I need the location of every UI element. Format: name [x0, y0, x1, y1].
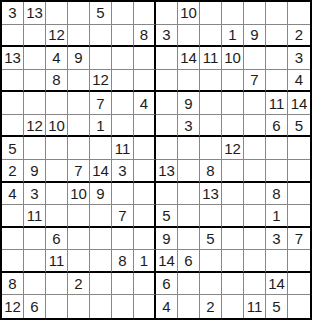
cell-r2c6[interactable]: [112, 25, 134, 48]
cell-r12c13[interactable]: [266, 250, 288, 273]
cell-r1c11[interactable]: [222, 2, 244, 25]
cell-r12c10[interactable]: [200, 250, 222, 273]
cell-r9c3[interactable]: [46, 183, 68, 206]
cell-r11c10[interactable]: 5: [200, 228, 222, 251]
cell-r1c7[interactable]: [134, 2, 156, 25]
cell-r4c9[interactable]: [178, 70, 200, 93]
cell-r2c13[interactable]: [266, 25, 288, 48]
cell-r2c3[interactable]: 12: [46, 25, 68, 48]
cell-r2c9[interactable]: [178, 25, 200, 48]
cell-r5c12[interactable]: [244, 92, 266, 115]
cell-r8c10[interactable]: 8: [200, 160, 222, 183]
cell-r7c7[interactable]: [134, 137, 156, 160]
cell-r1c9[interactable]: 10: [178, 2, 200, 25]
cell-r14c3[interactable]: [46, 295, 68, 318]
cell-r1c4[interactable]: [68, 2, 90, 25]
cell-r8c5[interactable]: 14: [90, 160, 112, 183]
cell-r7c14[interactable]: [288, 137, 310, 160]
cell-r2c8[interactable]: 3: [156, 25, 178, 48]
cell-r11c6[interactable]: [112, 228, 134, 251]
cell-r7c9[interactable]: [178, 137, 200, 160]
cell-r8c14[interactable]: [288, 160, 310, 183]
cell-r9c10[interactable]: 13: [200, 183, 222, 206]
cell-r3c6[interactable]: [112, 47, 134, 70]
cell-r2c14[interactable]: 2: [288, 25, 310, 48]
cell-r11c8[interactable]: 9: [156, 228, 178, 251]
cell-r1c8[interactable]: [156, 2, 178, 25]
cell-r6c4[interactable]: [68, 115, 90, 138]
cell-r13c1[interactable]: 8: [2, 273, 24, 296]
cell-r6c6[interactable]: [112, 115, 134, 138]
cell-r13c14[interactable]: [288, 273, 310, 296]
cell-r9c7[interactable]: [134, 183, 156, 206]
cell-r1c13[interactable]: [266, 2, 288, 25]
cell-r7c8[interactable]: [156, 137, 178, 160]
cell-r13c4[interactable]: 2: [68, 273, 90, 296]
cell-r14c7[interactable]: [134, 295, 156, 318]
cell-r11c14[interactable]: 7: [288, 228, 310, 251]
cell-r3c4[interactable]: 9: [68, 47, 90, 70]
cell-r6c12[interactable]: [244, 115, 266, 138]
cell-r10c12[interactable]: [244, 205, 266, 228]
cell-r12c9[interactable]: 6: [178, 250, 200, 273]
cell-r1c2[interactable]: 13: [24, 2, 46, 25]
cell-r10c1[interactable]: [2, 205, 24, 228]
cell-r4c5[interactable]: 12: [90, 70, 112, 93]
cell-r8c1[interactable]: 2: [2, 160, 24, 183]
cell-r6c11[interactable]: [222, 115, 244, 138]
cell-r4c1[interactable]: [2, 70, 24, 93]
cell-r10c7[interactable]: [134, 205, 156, 228]
cell-r5c8[interactable]: [156, 92, 178, 115]
cell-r5c14[interactable]: 14: [288, 92, 310, 115]
cell-r3c13[interactable]: [266, 47, 288, 70]
cell-r11c3[interactable]: 6: [46, 228, 68, 251]
cell-r5c9[interactable]: 9: [178, 92, 200, 115]
cell-r1c6[interactable]: [112, 2, 134, 25]
cell-r14c6[interactable]: [112, 295, 134, 318]
cell-r9c4[interactable]: 10: [68, 183, 90, 206]
cell-r4c14[interactable]: 4: [288, 70, 310, 93]
cell-r14c12[interactable]: 11: [244, 295, 266, 318]
cell-r4c10[interactable]: [200, 70, 222, 93]
cell-r7c13[interactable]: [266, 137, 288, 160]
cell-r9c11[interactable]: [222, 183, 244, 206]
cell-r4c12[interactable]: 7: [244, 70, 266, 93]
cell-r4c7[interactable]: [134, 70, 156, 93]
cell-r3c3[interactable]: 4: [46, 47, 68, 70]
cell-r8c13[interactable]: [266, 160, 288, 183]
cell-r1c14[interactable]: [288, 2, 310, 25]
cell-r13c3[interactable]: [46, 273, 68, 296]
cell-r13c13[interactable]: 14: [266, 273, 288, 296]
cell-r8c6[interactable]: 3: [112, 160, 134, 183]
cell-r12c2[interactable]: [24, 250, 46, 273]
cell-r2c1[interactable]: [2, 25, 24, 48]
cell-r13c5[interactable]: [90, 273, 112, 296]
cell-r6c8[interactable]: [156, 115, 178, 138]
sudoku-board: 3135101283192134914111038127474911141210…: [0, 0, 312, 320]
cell-r3c7[interactable]: [134, 47, 156, 70]
cell-r5c13[interactable]: 11: [266, 92, 288, 115]
cell-r14c1[interactable]: 12: [2, 295, 24, 318]
cell-r5c11[interactable]: [222, 92, 244, 115]
cell-r4c8[interactable]: [156, 70, 178, 93]
cell-r12c8[interactable]: 14: [156, 250, 178, 273]
cell-r3c9[interactable]: 14: [178, 47, 200, 70]
cell-r14c9[interactable]: [178, 295, 200, 318]
cell-r12c11[interactable]: [222, 250, 244, 273]
cell-r10c3[interactable]: [46, 205, 68, 228]
cell-r6c10[interactable]: [200, 115, 222, 138]
cell-r4c3[interactable]: 8: [46, 70, 68, 93]
cell-r5c1[interactable]: [2, 92, 24, 115]
cell-r3c1[interactable]: 13: [2, 47, 24, 70]
cell-r1c1[interactable]: 3: [2, 2, 24, 25]
cell-r4c4[interactable]: [68, 70, 90, 93]
cell-r10c9[interactable]: [178, 205, 200, 228]
cell-r6c1[interactable]: [2, 115, 24, 138]
cell-r14c14[interactable]: [288, 295, 310, 318]
cell-r9c2[interactable]: 3: [24, 183, 46, 206]
cell-r14c8[interactable]: 4: [156, 295, 178, 318]
cell-r8c2[interactable]: 9: [24, 160, 46, 183]
cell-r12c1[interactable]: [2, 250, 24, 273]
cell-r8c9[interactable]: [178, 160, 200, 183]
cell-r5c7[interactable]: 4: [134, 92, 156, 115]
cell-r9c14[interactable]: [288, 183, 310, 206]
cell-r2c10[interactable]: [200, 25, 222, 48]
cell-r2c2[interactable]: [24, 25, 46, 48]
cell-r3c5[interactable]: [90, 47, 112, 70]
cell-r13c8[interactable]: 6: [156, 273, 178, 296]
cell-r6c7[interactable]: [134, 115, 156, 138]
cell-r8c7[interactable]: [134, 160, 156, 183]
cell-r9c9[interactable]: [178, 183, 200, 206]
cell-r10c4[interactable]: [68, 205, 90, 228]
cell-r14c4[interactable]: [68, 295, 90, 318]
cell-r4c2[interactable]: [24, 70, 46, 93]
cell-r8c11[interactable]: [222, 160, 244, 183]
cell-r11c1[interactable]: [2, 228, 24, 251]
cell-r8c4[interactable]: 7: [68, 160, 90, 183]
cell-r5c5[interactable]: 7: [90, 92, 112, 115]
cell-r12c7[interactable]: 1: [134, 250, 156, 273]
cell-r13c10[interactable]: [200, 273, 222, 296]
cell-r13c9[interactable]: [178, 273, 200, 296]
cell-r10c6[interactable]: 7: [112, 205, 134, 228]
cell-r10c13[interactable]: 1: [266, 205, 288, 228]
cell-r3c14[interactable]: 3: [288, 47, 310, 70]
cell-r2c4[interactable]: [68, 25, 90, 48]
cell-r10c11[interactable]: [222, 205, 244, 228]
cell-r14c10[interactable]: 2: [200, 295, 222, 318]
cell-r2c12[interactable]: 9: [244, 25, 266, 48]
cell-r7c3[interactable]: [46, 137, 68, 160]
cell-r10c5[interactable]: [90, 205, 112, 228]
cell-r11c12[interactable]: [244, 228, 266, 251]
cell-r3c11[interactable]: 10: [222, 47, 244, 70]
cell-r9c12[interactable]: [244, 183, 266, 206]
cell-r6c14[interactable]: 5: [288, 115, 310, 138]
cell-r4c6[interactable]: [112, 70, 134, 93]
cell-r11c7[interactable]: [134, 228, 156, 251]
cell-r13c12[interactable]: [244, 273, 266, 296]
cell-r14c13[interactable]: 5: [266, 295, 288, 318]
cell-r6c3[interactable]: 10: [46, 115, 68, 138]
cell-r12c12[interactable]: [244, 250, 266, 273]
cell-r5c10[interactable]: [200, 92, 222, 115]
cell-r14c2[interactable]: 6: [24, 295, 46, 318]
cell-r11c5[interactable]: [90, 228, 112, 251]
cell-r11c9[interactable]: [178, 228, 200, 251]
cell-r12c5[interactable]: [90, 250, 112, 273]
cell-r13c6[interactable]: [112, 273, 134, 296]
cell-r13c11[interactable]: [222, 273, 244, 296]
cell-r1c12[interactable]: [244, 2, 266, 25]
cell-r7c2[interactable]: [24, 137, 46, 160]
cell-r11c2[interactable]: [24, 228, 46, 251]
cell-r12c4[interactable]: [68, 250, 90, 273]
cell-r10c2[interactable]: 11: [24, 205, 46, 228]
cell-r9c5[interactable]: 9: [90, 183, 112, 206]
cell-r12c14[interactable]: [288, 250, 310, 273]
cell-r2c11[interactable]: 1: [222, 25, 244, 48]
cell-r7c12[interactable]: [244, 137, 266, 160]
cell-r5c3[interactable]: [46, 92, 68, 115]
cell-r4c13[interactable]: [266, 70, 288, 93]
cell-r7c10[interactable]: [200, 137, 222, 160]
cell-r2c7[interactable]: 8: [134, 25, 156, 48]
cell-r9c1[interactable]: 4: [2, 183, 24, 206]
cell-r3c10[interactable]: 11: [200, 47, 222, 70]
cell-r13c7[interactable]: [134, 273, 156, 296]
cell-r13c2[interactable]: [24, 273, 46, 296]
cell-r5c2[interactable]: [24, 92, 46, 115]
cell-r1c10[interactable]: [200, 2, 222, 25]
cell-r9c6[interactable]: [112, 183, 134, 206]
cell-r5c4[interactable]: [68, 92, 90, 115]
cell-r7c11[interactable]: 12: [222, 137, 244, 160]
cell-r6c9[interactable]: 3: [178, 115, 200, 138]
cell-r7c5[interactable]: [90, 137, 112, 160]
cell-r14c5[interactable]: [90, 295, 112, 318]
cell-r11c11[interactable]: [222, 228, 244, 251]
cell-r14c11[interactable]: [222, 295, 244, 318]
cell-r9c13[interactable]: 8: [266, 183, 288, 206]
cell-r6c13[interactable]: 6: [266, 115, 288, 138]
cell-r12c6[interactable]: 8: [112, 250, 134, 273]
cell-r9c8[interactable]: [156, 183, 178, 206]
cell-r2c5[interactable]: [90, 25, 112, 48]
cell-r7c6[interactable]: 11: [112, 137, 134, 160]
cell-r10c8[interactable]: 5: [156, 205, 178, 228]
cell-r8c12[interactable]: [244, 160, 266, 183]
cell-r8c3[interactable]: [46, 160, 68, 183]
cell-r8c8[interactable]: 13: [156, 160, 178, 183]
cell-r3c8[interactable]: [156, 47, 178, 70]
cell-r3c2[interactable]: [24, 47, 46, 70]
cell-r11c13[interactable]: 3: [266, 228, 288, 251]
cell-r3c12[interactable]: [244, 47, 266, 70]
cell-r7c1[interactable]: 5: [2, 137, 24, 160]
cell-r1c5[interactable]: 5: [90, 2, 112, 25]
cell-r10c10[interactable]: [200, 205, 222, 228]
cell-r6c2[interactable]: 12: [24, 115, 46, 138]
cell-r12c3[interactable]: 11: [46, 250, 68, 273]
cell-r11c4[interactable]: [68, 228, 90, 251]
cell-r5c6[interactable]: [112, 92, 134, 115]
cell-r1c3[interactable]: [46, 2, 68, 25]
cell-r10c14[interactable]: [288, 205, 310, 228]
cell-r7c4[interactable]: [68, 137, 90, 160]
cell-r4c11[interactable]: [222, 70, 244, 93]
cell-r6c5[interactable]: 1: [90, 115, 112, 138]
